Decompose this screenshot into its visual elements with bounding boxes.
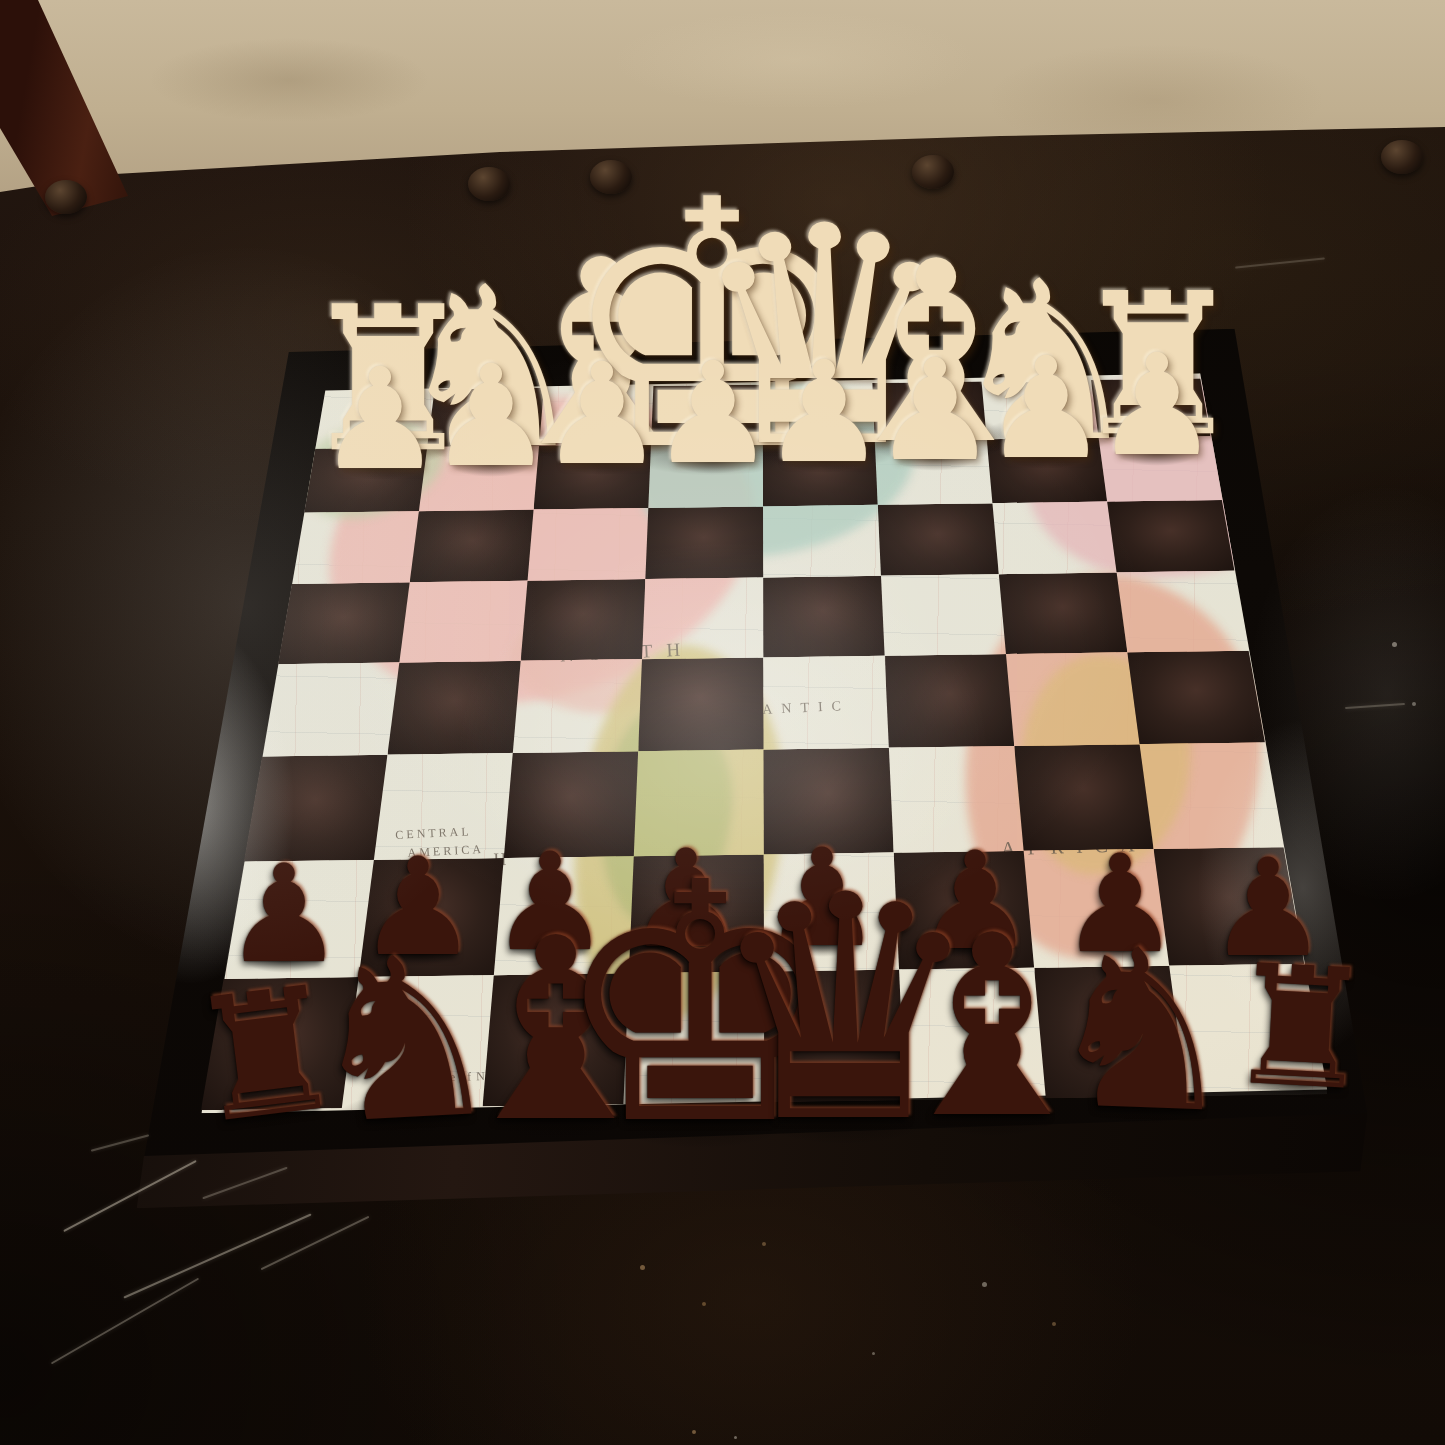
piece-white-pawn-h2[interactable]: ♟ <box>317 350 443 490</box>
table-speck <box>982 1282 987 1287</box>
pieces-layer: ♜♞♝♚♛♝♞♜♟♟♟♟♟♟♟♟♟♟♟♟♟♟♟♟♜♞♝♚♛♝♞♜ <box>0 0 1445 1445</box>
table-speck <box>702 1302 706 1306</box>
table-speck <box>640 1265 645 1270</box>
piece-black-rook-a8[interactable]: ♜ <box>1222 942 1378 1115</box>
table-speck <box>762 1242 766 1246</box>
piece-white-pawn-g2[interactable]: ♟ <box>428 347 554 487</box>
table-speck <box>734 1436 737 1439</box>
piece-white-pawn-e2[interactable]: ♟ <box>650 344 776 484</box>
table-speck <box>1392 642 1397 647</box>
piece-white-pawn-b2[interactable]: ♟ <box>983 339 1109 479</box>
piece-white-pawn-f2[interactable]: ♟ <box>539 345 665 485</box>
piece-black-knight-b8[interactable]: ♞ <box>1040 917 1245 1144</box>
piece-white-pawn-a2[interactable]: ♟ <box>1094 336 1220 476</box>
table-speck <box>872 1352 875 1355</box>
piece-white-pawn-c2[interactable]: ♟ <box>872 341 998 481</box>
table-speck <box>1412 702 1416 706</box>
photo-scene: NORTHATLANTICCENTRALAMERICAAFRICAHIIthe … <box>0 0 1445 1445</box>
piece-white-pawn-d2[interactable]: ♟ <box>761 343 887 483</box>
table-speck <box>1052 1322 1056 1326</box>
table-speck <box>692 1430 696 1434</box>
